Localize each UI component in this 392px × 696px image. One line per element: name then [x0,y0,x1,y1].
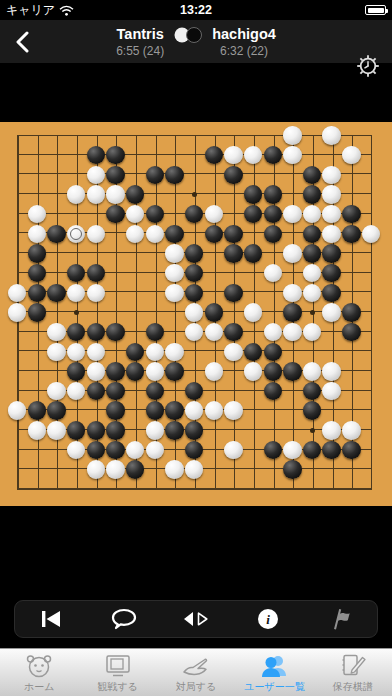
intersection[interactable] [224,421,244,441]
intersection[interactable] [7,263,27,283]
intersection[interactable] [283,460,303,480]
intersection[interactable] [7,381,27,401]
intersection[interactable] [243,224,263,244]
intersection[interactable] [145,244,165,264]
intersection[interactable] [302,244,322,264]
intersection[interactable] [204,381,224,401]
intersection[interactable] [165,185,185,205]
intersection[interactable] [47,322,67,342]
intersection[interactable] [125,244,145,264]
intersection[interactable] [165,421,185,441]
intersection[interactable] [7,342,27,362]
intersection[interactable] [283,322,303,342]
intersection[interactable] [341,283,361,303]
intersection[interactable] [27,303,47,323]
intersection[interactable] [125,440,145,460]
intersection[interactable] [7,460,27,480]
intersection[interactable] [145,322,165,342]
intersection[interactable] [66,303,86,323]
intersection[interactable] [165,204,185,224]
intersection[interactable] [106,381,126,401]
intersection[interactable] [184,224,204,244]
intersection[interactable] [125,322,145,342]
intersection[interactable] [361,185,381,205]
intersection[interactable] [341,185,361,205]
intersection[interactable] [7,401,27,421]
intersection[interactable] [224,224,244,244]
intersection[interactable] [66,185,86,205]
intersection[interactable] [106,283,126,303]
intersection[interactable] [184,401,204,421]
intersection[interactable] [7,204,27,224]
intersection[interactable] [302,165,322,185]
intersection[interactable] [263,244,283,264]
intersection[interactable] [302,322,322,342]
intersection[interactable] [361,362,381,382]
intersection[interactable] [243,303,263,323]
intersection[interactable] [263,322,283,342]
intersection[interactable] [263,303,283,323]
intersection[interactable] [125,165,145,185]
intersection[interactable] [47,244,67,264]
intersection[interactable] [184,263,204,283]
intersection[interactable] [47,145,67,165]
intersection[interactable] [243,322,263,342]
intersection[interactable] [47,440,67,460]
intersection[interactable] [7,126,27,146]
rewind-to-start-button[interactable] [29,602,73,636]
back-button[interactable] [0,20,44,64]
intersection[interactable] [224,362,244,382]
intersection[interactable] [165,381,185,401]
intersection[interactable] [7,224,27,244]
intersection[interactable] [145,303,165,323]
resign-button[interactable] [319,602,363,636]
intersection[interactable] [106,185,126,205]
intersection[interactable] [361,165,381,185]
intersection[interactable] [263,204,283,224]
intersection[interactable] [341,126,361,146]
intersection[interactable] [283,440,303,460]
intersection[interactable] [341,145,361,165]
intersection[interactable] [66,342,86,362]
intersection[interactable] [263,165,283,185]
intersection[interactable] [165,165,185,185]
intersection[interactable] [243,165,263,185]
intersection[interactable] [125,145,145,165]
intersection[interactable] [145,165,165,185]
intersection[interactable] [341,460,361,480]
intersection[interactable] [322,362,342,382]
intersection[interactable] [7,322,27,342]
intersection[interactable] [27,421,47,441]
intersection[interactable] [243,145,263,165]
intersection[interactable] [106,322,126,342]
intersection[interactable] [263,185,283,205]
intersection[interactable] [86,322,106,342]
intersection[interactable] [106,362,126,382]
intersection[interactable] [302,421,322,441]
intersection[interactable] [302,126,322,146]
intersection[interactable] [125,381,145,401]
intersection[interactable] [106,263,126,283]
intersection[interactable] [302,440,322,460]
intersection[interactable] [165,303,185,323]
intersection[interactable] [322,185,342,205]
intersection[interactable] [106,401,126,421]
intersection[interactable] [47,283,67,303]
intersection[interactable] [165,401,185,421]
intersection[interactable] [341,263,361,283]
intersection[interactable] [243,185,263,205]
tab-user-list[interactable]: ユーザー一覧 [235,649,313,696]
intersection[interactable] [27,322,47,342]
intersection[interactable] [145,362,165,382]
intersection[interactable] [184,165,204,185]
intersection[interactable] [47,460,67,480]
intersection[interactable] [204,263,224,283]
intersection[interactable] [66,263,86,283]
intersection[interactable] [302,204,322,224]
intersection[interactable] [125,401,145,421]
intersection[interactable] [322,145,342,165]
intersection[interactable] [302,145,322,165]
intersection[interactable] [361,244,381,264]
intersection[interactable] [243,283,263,303]
intersection[interactable] [66,165,86,185]
intersection[interactable] [106,204,126,224]
intersection[interactable] [7,421,27,441]
intersection[interactable] [66,362,86,382]
intersection[interactable] [243,362,263,382]
intersection[interactable] [145,440,165,460]
intersection[interactable] [145,460,165,480]
intersection[interactable] [263,224,283,244]
intersection[interactable] [224,460,244,480]
intersection[interactable] [361,421,381,441]
intersection[interactable] [165,283,185,303]
intersection[interactable] [341,244,361,264]
intersection[interactable] [66,224,86,244]
intersection[interactable] [302,479,322,499]
intersection[interactable] [224,165,244,185]
intersection[interactable] [243,263,263,283]
intersection[interactable] [66,479,86,499]
intersection[interactable] [66,460,86,480]
intersection[interactable] [165,322,185,342]
intersection[interactable] [341,303,361,323]
intersection[interactable] [66,322,86,342]
intersection[interactable] [204,303,224,323]
intersection[interactable] [283,263,303,283]
intersection[interactable] [106,460,126,480]
intersection[interactable] [7,479,27,499]
intersection[interactable] [27,401,47,421]
intersection[interactable] [86,185,106,205]
intersection[interactable] [361,204,381,224]
intersection[interactable] [184,185,204,205]
intersection[interactable] [361,303,381,323]
intersection[interactable] [224,204,244,224]
intersection[interactable] [302,303,322,323]
intersection[interactable] [165,362,185,382]
intersection[interactable] [66,440,86,460]
intersection[interactable] [263,362,283,382]
intersection[interactable] [125,342,145,362]
intersection[interactable] [47,204,67,224]
intersection[interactable] [7,303,27,323]
intersection[interactable] [283,421,303,441]
intersection[interactable] [184,244,204,264]
intersection[interactable] [302,185,322,205]
intersection[interactable] [224,185,244,205]
intersection[interactable] [322,381,342,401]
intersection[interactable] [86,224,106,244]
intersection[interactable] [322,165,342,185]
intersection[interactable] [341,362,361,382]
intersection[interactable] [106,244,126,264]
intersection[interactable] [263,126,283,146]
intersection[interactable] [243,479,263,499]
intersection[interactable] [125,362,145,382]
intersection[interactable] [224,283,244,303]
intersection[interactable] [145,204,165,224]
intersection[interactable] [322,303,342,323]
intersection[interactable] [224,440,244,460]
intersection[interactable] [302,224,322,244]
intersection[interactable] [361,126,381,146]
intersection[interactable] [7,362,27,382]
intersection[interactable] [184,421,204,441]
intersection[interactable] [27,145,47,165]
intersection[interactable] [125,460,145,480]
intersection[interactable] [145,479,165,499]
intersection[interactable] [224,244,244,264]
intersection[interactable] [341,440,361,460]
intersection[interactable] [361,263,381,283]
intersection[interactable] [86,460,106,480]
intersection[interactable] [263,421,283,441]
intersection[interactable] [125,421,145,441]
tab-play[interactable]: 対局する [157,649,235,696]
intersection[interactable] [204,145,224,165]
intersection[interactable] [302,381,322,401]
intersection[interactable] [106,224,126,244]
intersection[interactable] [263,283,283,303]
intersection[interactable] [7,283,27,303]
intersection[interactable] [27,460,47,480]
intersection[interactable] [361,479,381,499]
intersection[interactable] [322,401,342,421]
intersection[interactable] [27,381,47,401]
intersection[interactable] [322,224,342,244]
intersection[interactable] [106,126,126,146]
intersection[interactable] [263,381,283,401]
intersection[interactable] [184,204,204,224]
intersection[interactable] [341,381,361,401]
intersection[interactable] [243,460,263,480]
intersection[interactable] [361,145,381,165]
intersection[interactable] [243,244,263,264]
intersection[interactable] [204,244,224,264]
intersection[interactable] [322,440,342,460]
step-back-forward-button[interactable] [174,602,218,636]
intersection[interactable] [322,244,342,264]
intersection[interactable] [184,283,204,303]
intersection[interactable] [243,381,263,401]
intersection[interactable] [47,342,67,362]
intersection[interactable] [263,401,283,421]
intersection[interactable] [184,322,204,342]
intersection[interactable] [125,224,145,244]
intersection[interactable] [224,126,244,146]
intersection[interactable] [47,224,67,244]
intersection[interactable] [66,381,86,401]
intersection[interactable] [243,421,263,441]
intersection[interactable] [145,421,165,441]
intersection[interactable] [341,401,361,421]
intersection[interactable] [283,126,303,146]
intersection[interactable] [165,263,185,283]
intersection[interactable] [341,342,361,362]
intersection[interactable] [361,322,381,342]
intersection[interactable] [361,224,381,244]
intersection[interactable] [145,145,165,165]
chat-button[interactable] [102,602,146,636]
intersection[interactable] [7,440,27,460]
intersection[interactable] [184,460,204,480]
intersection[interactable] [361,283,381,303]
intersection[interactable] [145,224,165,244]
intersection[interactable] [302,460,322,480]
intersection[interactable] [263,263,283,283]
intersection[interactable] [27,479,47,499]
intersection[interactable] [86,165,106,185]
intersection[interactable] [361,440,381,460]
intersection[interactable] [86,283,106,303]
intersection[interactable] [204,126,224,146]
intersection[interactable] [302,342,322,362]
intersection[interactable] [302,283,322,303]
intersection[interactable] [224,263,244,283]
intersection[interactable] [341,421,361,441]
intersection[interactable] [204,322,224,342]
intersection[interactable] [283,165,303,185]
intersection[interactable] [224,479,244,499]
intersection[interactable] [7,185,27,205]
tab-home[interactable]: ホーム [0,649,78,696]
intersection[interactable] [47,263,67,283]
intersection[interactable] [165,244,185,264]
intersection[interactable] [263,479,283,499]
intersection[interactable] [106,145,126,165]
intersection[interactable] [125,283,145,303]
intersection[interactable] [283,185,303,205]
intersection[interactable] [66,204,86,224]
intersection[interactable] [263,440,283,460]
info-button[interactable]: i [246,602,290,636]
intersection[interactable] [184,303,204,323]
intersection[interactable] [47,126,67,146]
intersection[interactable] [165,126,185,146]
intersection[interactable] [86,204,106,224]
intersection[interactable] [361,342,381,362]
intersection[interactable] [27,440,47,460]
intersection[interactable] [361,401,381,421]
tab-saved-games[interactable]: 保存棋譜 [314,649,392,696]
intersection[interactable] [341,165,361,185]
intersection[interactable] [145,185,165,205]
intersection[interactable] [125,126,145,146]
intersection[interactable] [184,381,204,401]
intersection[interactable] [204,185,224,205]
intersection[interactable] [322,342,342,362]
intersection[interactable] [184,440,204,460]
intersection[interactable] [322,322,342,342]
intersection[interactable] [184,479,204,499]
intersection[interactable] [125,479,145,499]
intersection[interactable] [224,322,244,342]
intersection[interactable] [204,479,224,499]
intersection[interactable] [125,303,145,323]
intersection[interactable] [204,204,224,224]
intersection[interactable] [302,401,322,421]
intersection[interactable] [204,460,224,480]
intersection[interactable] [243,401,263,421]
intersection[interactable] [224,303,244,323]
intersection[interactable] [283,145,303,165]
intersection[interactable] [184,342,204,362]
intersection[interactable] [204,401,224,421]
intersection[interactable] [165,460,185,480]
intersection[interactable] [27,263,47,283]
intersection[interactable] [322,263,342,283]
intersection[interactable] [184,126,204,146]
intersection[interactable] [106,303,126,323]
intersection[interactable] [106,479,126,499]
intersection[interactable] [27,185,47,205]
go-board[interactable] [0,122,392,506]
intersection[interactable] [145,342,165,362]
intersection[interactable] [86,342,106,362]
tab-spectate[interactable]: 観戦する [78,649,156,696]
intersection[interactable] [86,440,106,460]
intersection[interactable] [125,204,145,224]
intersection[interactable] [341,322,361,342]
intersection[interactable] [47,381,67,401]
intersection[interactable] [7,244,27,264]
intersection[interactable] [204,440,224,460]
intersection[interactable] [283,244,303,264]
intersection[interactable] [204,342,224,362]
intersection[interactable] [66,421,86,441]
intersection[interactable] [341,224,361,244]
game-settings-button[interactable] [352,50,384,82]
intersection[interactable] [322,460,342,480]
intersection[interactable] [283,401,303,421]
intersection[interactable] [263,342,283,362]
intersection[interactable] [7,145,27,165]
intersection[interactable] [7,165,27,185]
intersection[interactable] [165,342,185,362]
intersection[interactable] [106,421,126,441]
intersection[interactable] [106,165,126,185]
intersection[interactable] [27,244,47,264]
intersection[interactable] [165,224,185,244]
intersection[interactable] [27,283,47,303]
stone-color-toggle-icon[interactable] [172,26,204,44]
intersection[interactable] [322,479,342,499]
